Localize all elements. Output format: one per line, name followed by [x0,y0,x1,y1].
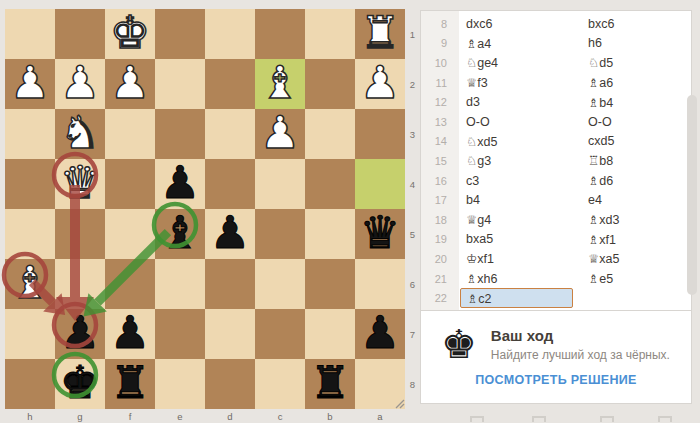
move-cell-black-15[interactable]: ♖b8 [574,153,613,168]
move-cell-white-22[interactable]: ♗c2 [460,288,573,308]
move-cell-black-10[interactable]: ♘d5 [574,55,613,70]
move-list: 8dxc6bxc69♗a4h610♘ge4♘d511♕f3♗a612d3♗b41… [420,10,692,310]
move-cell-white-17[interactable]: b4 [459,193,574,207]
rank-label-8: 8 [406,359,419,409]
piece-black-P-f7[interactable]: ♟ [110,308,150,358]
square-e8[interactable] [155,359,205,409]
move-row-22: 22♗c2 [421,288,691,308]
move-cell-black-8[interactable]: bxc6 [574,17,614,31]
rank-label-7: 7 [406,309,419,359]
move-cell-white-13[interactable]: O-O [459,115,574,129]
chess-board[interactable]: ♚♜♟♟♟♝♟♞♟♛♟♝♟♛♝♟♟♟♚♜♜ [5,9,405,409]
square-g6[interactable] [55,259,105,309]
square-c5[interactable] [255,209,305,259]
square-c8[interactable] [255,359,305,409]
move-number: 13 [421,116,459,128]
piece-white-P-g2[interactable]: ♟ [60,58,100,108]
square-g8[interactable]: ♚ [55,359,105,409]
square-e7[interactable] [155,309,205,359]
move-cell-white-18[interactable]: ♕g4 [459,212,574,227]
square-g3[interactable]: ♞ [55,109,105,159]
square-d5[interactable]: ♟ [205,209,255,259]
rank-label-6: 6 [406,259,419,309]
piece-white-K-f1[interactable]: ♚ [110,8,150,58]
piece-black-K-g8[interactable]: ♚ [60,358,100,408]
move-cell-black-21[interactable]: ♗e5 [574,271,613,286]
move-number: 11 [421,77,459,89]
square-f2[interactable]: ♟ [105,59,155,109]
move-number: 10 [421,57,459,69]
move-row-14: 14♘xd5cxd5 [421,132,691,152]
puzzle-page: ♚♜♟♟♟♝♟♞♟♛♟♝♟♛♝♟♟♟♚♜♜ 12345678 hgfedcba … [0,0,700,423]
square-b2[interactable] [305,59,355,109]
piece-white-N-g3[interactable]: ♞ [60,108,100,158]
piece-black-P-d5[interactable]: ♟ [210,208,250,258]
move-cell-black-9[interactable]: h6 [574,36,602,50]
square-a2[interactable]: ♟ [355,59,405,109]
move-row-15: 15♘g3♖b8 [421,151,691,171]
square-c3[interactable]: ♟ [255,109,305,159]
move-number: 14 [421,135,459,147]
square-e1[interactable] [155,9,205,59]
your-move-card: ♚ Ваш ход Найдите лучший ход за чёрных. … [420,310,692,404]
piece-white-Q-g4[interactable]: ♛ [60,158,100,208]
card-subtitle: Найдите лучший ход за чёрных. [491,348,670,362]
square-d6[interactable] [205,259,255,309]
square-h6[interactable]: ♝ [5,259,55,309]
square-a4[interactable] [355,159,405,209]
move-cell-white-12[interactable]: d3 [459,95,574,109]
move-number: 16 [421,175,459,187]
move-row-10: 10♘ge4♘d5 [421,53,691,73]
move-cell-black-19[interactable]: ♗xf1 [574,232,616,247]
move-cell-white-9[interactable]: ♗a4 [459,36,574,51]
square-d3[interactable] [205,109,255,159]
square-h5[interactable] [5,209,55,259]
square-e2[interactable] [155,59,205,109]
move-row-8: 8dxc6bxc6 [421,14,691,34]
move-row-12: 12d3♗b4 [421,92,691,112]
square-g4[interactable]: ♛ [55,159,105,209]
square-e4[interactable]: ♟ [155,159,205,209]
move-row-11: 11♕f3♗a6 [421,73,691,93]
square-f3[interactable] [105,109,155,159]
piece-white-B-h6[interactable]: ♝ [10,258,50,308]
piece-black-B-e5[interactable]: ♝ [160,208,200,258]
move-cell-white-11[interactable]: ♕f3 [459,75,574,90]
square-e5[interactable]: ♝ [155,209,205,259]
move-cell-white-8[interactable]: dxc6 [459,17,574,31]
move-cell-black-17[interactable]: e4 [574,193,602,207]
square-e3[interactable] [155,109,205,159]
move-cell-white-10[interactable]: ♘ge4 [459,55,574,70]
square-f7[interactable]: ♟ [105,309,155,359]
square-a7[interactable]: ♟ [355,309,405,359]
square-b3[interactable] [305,109,355,159]
square-f4[interactable] [105,159,155,209]
square-b4[interactable] [305,159,355,209]
piece-black-Q-a5[interactable]: ♛ [360,208,400,258]
move-cell-white-19[interactable]: bxa5 [459,232,574,246]
move-number: 15 [421,155,459,167]
move-row-20: 20♔xf1♕xa5 [421,249,691,269]
square-h4[interactable] [5,159,55,209]
view-solution-link[interactable]: ПОСМОТРЕТЬ РЕШЕНИЕ [421,373,691,387]
move-number: 22 [421,292,459,304]
piece-white-P-c3[interactable]: ♟ [260,108,300,158]
square-d1[interactable] [205,9,255,59]
move-number: 9 [421,37,459,49]
square-h7[interactable] [5,309,55,359]
move-cell-black-14[interactable]: cxd5 [574,134,614,148]
card-title: Ваш ход [491,327,670,344]
square-e6[interactable] [155,259,205,309]
move-row-21: 21♗xh6♗e5 [421,269,691,289]
rank-label-1: 1 [406,9,419,59]
piece-white-B-c2[interactable]: ♝ [260,58,300,108]
square-h3[interactable] [5,109,55,159]
move-cell-black-20[interactable]: ♕xa5 [574,251,619,266]
square-c2[interactable]: ♝ [255,59,305,109]
square-c7[interactable] [255,309,305,359]
move-cell-white-21[interactable]: ♗xh6 [459,271,574,286]
square-c6[interactable] [255,259,305,309]
square-f8[interactable]: ♜ [105,359,155,409]
square-f1[interactable]: ♚ [105,9,155,59]
scrollbar-thumb[interactable] [687,95,697,295]
move-number: 20 [421,253,459,265]
move-cell-white-20[interactable]: ♔xf1 [459,251,574,266]
square-b7[interactable] [305,309,355,359]
move-row-19: 19bxa5♗xf1 [421,230,691,250]
move-row-16: 16c3♗d6 [421,171,691,191]
move-number: 21 [421,273,459,285]
square-g2[interactable]: ♟ [55,59,105,109]
square-a3[interactable] [355,109,405,159]
rank-label-3: 3 [406,109,419,159]
square-b1[interactable] [305,9,355,59]
move-number: 19 [421,233,459,245]
piece-black-R-b8[interactable]: ♜ [310,358,350,408]
piece-white-P-h2[interactable]: ♟ [10,58,50,108]
rank-label-4: 4 [406,159,419,209]
square-h1[interactable] [5,9,55,59]
square-a5[interactable]: ♛ [355,209,405,259]
move-cell-black-12[interactable]: ♗b4 [574,95,613,110]
square-g7[interactable]: ♟ [55,309,105,359]
square-c4[interactable] [255,159,305,209]
square-d2[interactable] [205,59,255,109]
move-row-9: 9♗a4h6 [421,34,691,54]
square-a1[interactable]: ♜ [355,9,405,59]
move-number: 8 [421,18,459,30]
square-d8[interactable] [205,359,255,409]
move-row-13: 13O-OO-O [421,112,691,132]
square-b6[interactable] [305,259,355,309]
move-number: 12 [421,96,459,108]
piece-white-P-f2[interactable]: ♟ [110,58,150,108]
square-f5[interactable] [105,209,155,259]
square-d4[interactable] [205,159,255,209]
square-g1[interactable] [55,9,105,59]
piece-white-R-a1[interactable]: ♜ [360,8,400,58]
square-b5[interactable] [305,209,355,259]
square-h8[interactable] [5,359,55,409]
move-cell-black-16[interactable]: ♗d6 [574,173,613,188]
square-h2[interactable]: ♟ [5,59,55,109]
rank-label-2: 2 [406,59,419,109]
piece-black-P-g7[interactable]: ♟ [60,308,100,358]
piece-black-P-e4[interactable]: ♟ [160,158,200,208]
clipped-content-below [0,416,700,423]
move-cell-black-13[interactable]: O-O [574,115,612,129]
piece-white-P-a2[interactable]: ♟ [360,58,400,108]
square-c1[interactable] [255,9,305,59]
square-b8[interactable]: ♜ [305,359,355,409]
move-number: 17 [421,194,459,206]
piece-black-P-a7[interactable]: ♟ [360,308,400,358]
move-cell-black-11[interactable]: ♗a6 [574,75,613,90]
square-g5[interactable] [55,209,105,259]
piece-black-R-f8[interactable]: ♜ [110,358,150,408]
move-cell-white-14[interactable]: ♘xd5 [459,134,574,149]
move-row-18: 18♕g4♗xd3 [421,210,691,230]
square-d7[interactable] [205,309,255,359]
move-number: 18 [421,214,459,226]
rank-label-5: 5 [406,209,419,259]
square-a6[interactable] [355,259,405,309]
move-row-17: 17b4e4 [421,190,691,210]
board-resize-handle-icon[interactable] [393,397,405,409]
move-cell-white-16[interactable]: c3 [459,174,574,188]
move-cell-black-18[interactable]: ♗xd3 [574,212,619,227]
square-f6[interactable] [105,259,155,309]
move-cell-white-15[interactable]: ♘g3 [459,153,574,168]
black-king-icon: ♚ [441,324,477,364]
